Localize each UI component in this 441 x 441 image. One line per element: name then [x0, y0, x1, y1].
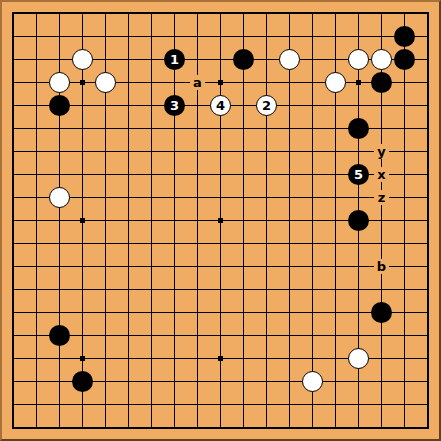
- board-intersection[interactable]: [255, 324, 278, 347]
- board-intersection[interactable]: y: [370, 140, 393, 163]
- board-intersection[interactable]: [209, 278, 232, 301]
- board-intersection[interactable]: [324, 117, 347, 140]
- board-intersection[interactable]: [255, 163, 278, 186]
- board-intersection[interactable]: [71, 324, 94, 347]
- board-intersection[interactable]: [140, 393, 163, 416]
- board-intersection[interactable]: [255, 416, 278, 439]
- board-intersection[interactable]: [2, 140, 25, 163]
- board-intersection[interactable]: [232, 416, 255, 439]
- board-intersection[interactable]: [48, 94, 71, 117]
- board-intersection[interactable]: [48, 71, 71, 94]
- board-intersection[interactable]: [416, 2, 439, 25]
- board-intersection[interactable]: [232, 324, 255, 347]
- board-intersection[interactable]: [2, 347, 25, 370]
- board-intersection[interactable]: [163, 347, 186, 370]
- board-intersection[interactable]: [255, 48, 278, 71]
- board-intersection[interactable]: [370, 117, 393, 140]
- board-intersection[interactable]: [2, 94, 25, 117]
- board-intersection[interactable]: [324, 324, 347, 347]
- board-intersection[interactable]: [209, 186, 232, 209]
- board-intersection[interactable]: [140, 278, 163, 301]
- board-intersection[interactable]: [416, 324, 439, 347]
- board-intersection[interactable]: [232, 25, 255, 48]
- board-intersection[interactable]: [416, 48, 439, 71]
- board-intersection[interactable]: [278, 117, 301, 140]
- board-intersection[interactable]: [48, 163, 71, 186]
- board-intersection[interactable]: [25, 48, 48, 71]
- board-intersection[interactable]: [71, 94, 94, 117]
- board-intersection[interactable]: [278, 393, 301, 416]
- board-intersection[interactable]: [301, 71, 324, 94]
- board-intersection[interactable]: [2, 2, 25, 25]
- board-intersection[interactable]: [117, 163, 140, 186]
- board-intersection[interactable]: [163, 117, 186, 140]
- board-intersection[interactable]: [347, 209, 370, 232]
- board-intersection[interactable]: [209, 347, 232, 370]
- board-intersection[interactable]: [393, 278, 416, 301]
- board-intersection[interactable]: z: [370, 186, 393, 209]
- board-intersection[interactable]: [324, 94, 347, 117]
- board-intersection[interactable]: [2, 301, 25, 324]
- board-intersection[interactable]: [232, 48, 255, 71]
- board-intersection[interactable]: [393, 186, 416, 209]
- board-intersection[interactable]: [232, 209, 255, 232]
- board-intersection[interactable]: [186, 186, 209, 209]
- board-intersection[interactable]: [416, 140, 439, 163]
- board-intersection[interactable]: [186, 48, 209, 71]
- board-intersection[interactable]: [232, 232, 255, 255]
- board-intersection[interactable]: [71, 232, 94, 255]
- board-intersection[interactable]: [324, 393, 347, 416]
- board-intersection[interactable]: [2, 416, 25, 439]
- board-intersection[interactable]: [71, 2, 94, 25]
- board-intersection[interactable]: [278, 2, 301, 25]
- board-intersection[interactable]: [94, 255, 117, 278]
- board-intersection[interactable]: [347, 48, 370, 71]
- board-intersection[interactable]: [2, 163, 25, 186]
- board-intersection[interactable]: [393, 324, 416, 347]
- board-intersection[interactable]: [393, 94, 416, 117]
- board-intersection[interactable]: [48, 393, 71, 416]
- board-intersection[interactable]: [347, 186, 370, 209]
- board-intersection[interactable]: [25, 347, 48, 370]
- board-intersection[interactable]: [209, 163, 232, 186]
- board-intersection[interactable]: [393, 117, 416, 140]
- board-intersection[interactable]: [186, 324, 209, 347]
- board-intersection[interactable]: [140, 163, 163, 186]
- board-intersection[interactable]: [301, 209, 324, 232]
- board-intersection[interactable]: [163, 393, 186, 416]
- board-intersection[interactable]: [117, 48, 140, 71]
- board-intersection[interactable]: [347, 71, 370, 94]
- board-intersection[interactable]: [278, 416, 301, 439]
- board-intersection[interactable]: [117, 370, 140, 393]
- board-intersection[interactable]: [94, 25, 117, 48]
- board-intersection[interactable]: [324, 48, 347, 71]
- board-intersection[interactable]: [117, 186, 140, 209]
- board-intersection[interactable]: [94, 140, 117, 163]
- board-intersection[interactable]: [393, 2, 416, 25]
- board-intersection[interactable]: [94, 186, 117, 209]
- board-intersection[interactable]: [370, 25, 393, 48]
- board-intersection[interactable]: [393, 232, 416, 255]
- board-intersection[interactable]: [186, 347, 209, 370]
- board-intersection[interactable]: [278, 209, 301, 232]
- board-intersection[interactable]: [393, 347, 416, 370]
- board-intersection[interactable]: [347, 232, 370, 255]
- board-intersection[interactable]: [94, 117, 117, 140]
- board-intersection[interactable]: [416, 117, 439, 140]
- board-intersection[interactable]: [393, 140, 416, 163]
- board-intersection[interactable]: [209, 209, 232, 232]
- board-intersection[interactable]: [370, 393, 393, 416]
- board-intersection[interactable]: [370, 301, 393, 324]
- board-intersection[interactable]: [209, 48, 232, 71]
- board-intersection[interactable]: [255, 25, 278, 48]
- board-intersection[interactable]: [347, 25, 370, 48]
- board-intersection[interactable]: [278, 278, 301, 301]
- board-intersection[interactable]: [163, 186, 186, 209]
- board-intersection[interactable]: [25, 232, 48, 255]
- board-intersection[interactable]: [71, 370, 94, 393]
- board-intersection[interactable]: [163, 232, 186, 255]
- board-intersection[interactable]: [393, 71, 416, 94]
- board-intersection[interactable]: [2, 278, 25, 301]
- board-intersection[interactable]: [94, 232, 117, 255]
- board-intersection[interactable]: [324, 278, 347, 301]
- board-intersection[interactable]: [94, 416, 117, 439]
- board-intersection[interactable]: [25, 255, 48, 278]
- board-intersection[interactable]: [370, 232, 393, 255]
- board-intersection[interactable]: [48, 347, 71, 370]
- board-intersection[interactable]: [278, 140, 301, 163]
- board-intersection[interactable]: [117, 71, 140, 94]
- board-intersection[interactable]: [163, 25, 186, 48]
- board-intersection[interactable]: [255, 393, 278, 416]
- board-intersection[interactable]: [117, 324, 140, 347]
- board-intersection[interactable]: [25, 163, 48, 186]
- board-intersection[interactable]: [94, 370, 117, 393]
- board-intersection[interactable]: [370, 48, 393, 71]
- board-intersection[interactable]: [416, 347, 439, 370]
- board-intersection[interactable]: [324, 232, 347, 255]
- board-intersection[interactable]: [209, 117, 232, 140]
- board-intersection[interactable]: [2, 25, 25, 48]
- board-intersection[interactable]: [94, 48, 117, 71]
- board-intersection[interactable]: [255, 71, 278, 94]
- board-intersection[interactable]: [347, 2, 370, 25]
- board-intersection[interactable]: [117, 255, 140, 278]
- board-intersection[interactable]: [416, 255, 439, 278]
- board-intersection[interactable]: [163, 71, 186, 94]
- board-intersection[interactable]: [416, 393, 439, 416]
- board-intersection[interactable]: [393, 48, 416, 71]
- board-intersection[interactable]: [232, 140, 255, 163]
- board-intersection[interactable]: [278, 71, 301, 94]
- board-intersection[interactable]: [232, 71, 255, 94]
- board-intersection[interactable]: [163, 163, 186, 186]
- board-intersection[interactable]: [370, 94, 393, 117]
- board-intersection[interactable]: [301, 416, 324, 439]
- board-intersection[interactable]: [347, 301, 370, 324]
- board-intersection[interactable]: [255, 255, 278, 278]
- board-intersection[interactable]: [324, 140, 347, 163]
- board-intersection[interactable]: [347, 94, 370, 117]
- board-intersection[interactable]: [232, 94, 255, 117]
- board-intersection[interactable]: [255, 347, 278, 370]
- board-intersection[interactable]: [232, 2, 255, 25]
- board-intersection[interactable]: [71, 209, 94, 232]
- board-intersection[interactable]: [416, 301, 439, 324]
- board-intersection[interactable]: [324, 25, 347, 48]
- board-intersection[interactable]: [117, 2, 140, 25]
- board-intersection[interactable]: [117, 232, 140, 255]
- board-intersection[interactable]: [324, 370, 347, 393]
- board-intersection[interactable]: [347, 278, 370, 301]
- board-intersection[interactable]: [140, 324, 163, 347]
- board-intersection[interactable]: [186, 278, 209, 301]
- board-intersection[interactable]: [48, 278, 71, 301]
- board-intersection[interactable]: [117, 393, 140, 416]
- board-intersection[interactable]: [163, 209, 186, 232]
- board-intersection[interactable]: [25, 117, 48, 140]
- board-intersection[interactable]: [25, 186, 48, 209]
- board-intersection[interactable]: [140, 25, 163, 48]
- board-intersection[interactable]: [255, 186, 278, 209]
- board-intersection[interactable]: [2, 186, 25, 209]
- board-intersection[interactable]: [209, 370, 232, 393]
- board-intersection[interactable]: [94, 324, 117, 347]
- board-intersection[interactable]: [209, 2, 232, 25]
- board-intersection[interactable]: [301, 48, 324, 71]
- board-intersection[interactable]: [140, 416, 163, 439]
- board-intersection[interactable]: [25, 324, 48, 347]
- board-intersection[interactable]: [94, 209, 117, 232]
- board-intersection[interactable]: [393, 370, 416, 393]
- board-intersection[interactable]: [2, 48, 25, 71]
- board-intersection[interactable]: [209, 232, 232, 255]
- board-intersection[interactable]: [117, 301, 140, 324]
- board-intersection[interactable]: [209, 324, 232, 347]
- board-intersection[interactable]: [25, 2, 48, 25]
- board-intersection[interactable]: [163, 255, 186, 278]
- board-intersection[interactable]: [71, 278, 94, 301]
- board-intersection[interactable]: [186, 370, 209, 393]
- board-intersection[interactable]: [140, 71, 163, 94]
- board-intersection[interactable]: [25, 209, 48, 232]
- board-intersection[interactable]: [71, 255, 94, 278]
- board-intersection[interactable]: a: [186, 71, 209, 94]
- board-intersection[interactable]: [278, 48, 301, 71]
- board-intersection[interactable]: [140, 48, 163, 71]
- board-intersection[interactable]: [347, 255, 370, 278]
- board-intersection[interactable]: [209, 301, 232, 324]
- board-intersection[interactable]: [209, 416, 232, 439]
- board-intersection[interactable]: [347, 140, 370, 163]
- board-intersection[interactable]: [140, 140, 163, 163]
- board-intersection[interactable]: [94, 393, 117, 416]
- board-intersection[interactable]: [255, 278, 278, 301]
- board-intersection[interactable]: [232, 117, 255, 140]
- board-intersection[interactable]: [71, 71, 94, 94]
- board-intersection[interactable]: 3: [163, 94, 186, 117]
- board-intersection[interactable]: [301, 117, 324, 140]
- board-intersection[interactable]: 1: [163, 48, 186, 71]
- board-intersection[interactable]: [117, 416, 140, 439]
- board-intersection[interactable]: [140, 301, 163, 324]
- board-intersection[interactable]: [232, 370, 255, 393]
- board-intersection[interactable]: [278, 324, 301, 347]
- board-intersection[interactable]: [71, 140, 94, 163]
- board-intersection[interactable]: [163, 370, 186, 393]
- board-intersection[interactable]: [2, 370, 25, 393]
- board-intersection[interactable]: [416, 94, 439, 117]
- board-intersection[interactable]: [2, 393, 25, 416]
- board-intersection[interactable]: [301, 347, 324, 370]
- board-intersection[interactable]: [416, 232, 439, 255]
- board-intersection[interactable]: [416, 186, 439, 209]
- board-intersection[interactable]: [255, 140, 278, 163]
- board-intersection[interactable]: [48, 2, 71, 25]
- board-intersection[interactable]: [232, 347, 255, 370]
- board-intersection[interactable]: [140, 232, 163, 255]
- board-intersection[interactable]: [163, 2, 186, 25]
- board-intersection[interactable]: [416, 209, 439, 232]
- board-intersection[interactable]: [324, 255, 347, 278]
- board-intersection[interactable]: [278, 186, 301, 209]
- board-intersection[interactable]: [94, 2, 117, 25]
- board-intersection[interactable]: [301, 301, 324, 324]
- board-intersection[interactable]: [278, 25, 301, 48]
- board-intersection[interactable]: [71, 301, 94, 324]
- board-intersection[interactable]: [347, 370, 370, 393]
- board-intersection[interactable]: [324, 209, 347, 232]
- board-intersection[interactable]: [416, 370, 439, 393]
- board-intersection[interactable]: [71, 347, 94, 370]
- board-intersection[interactable]: [163, 278, 186, 301]
- board-intersection[interactable]: [393, 25, 416, 48]
- board-intersection[interactable]: [2, 117, 25, 140]
- board-intersection[interactable]: [232, 186, 255, 209]
- board-intersection[interactable]: [25, 94, 48, 117]
- board-intersection[interactable]: x: [370, 163, 393, 186]
- board-intersection[interactable]: [117, 347, 140, 370]
- board-intersection[interactable]: [255, 370, 278, 393]
- board-intersection[interactable]: [232, 393, 255, 416]
- board-intersection[interactable]: 2: [255, 94, 278, 117]
- board-intersection[interactable]: [25, 393, 48, 416]
- board-intersection[interactable]: [301, 232, 324, 255]
- board-intersection[interactable]: [117, 117, 140, 140]
- board-intersection[interactable]: [347, 416, 370, 439]
- board-intersection[interactable]: [232, 163, 255, 186]
- board-intersection[interactable]: [301, 370, 324, 393]
- board-intersection[interactable]: [25, 278, 48, 301]
- board-intersection[interactable]: [301, 393, 324, 416]
- board-intersection[interactable]: [117, 25, 140, 48]
- board-intersection[interactable]: [301, 25, 324, 48]
- board-intersection[interactable]: [186, 117, 209, 140]
- board-intersection[interactable]: [48, 324, 71, 347]
- board-intersection[interactable]: 5: [347, 163, 370, 186]
- board-intersection[interactable]: [186, 2, 209, 25]
- board-intersection[interactable]: [25, 416, 48, 439]
- board-intersection[interactable]: [71, 117, 94, 140]
- board-intersection[interactable]: [140, 347, 163, 370]
- board-intersection[interactable]: [324, 416, 347, 439]
- board-intersection[interactable]: [186, 209, 209, 232]
- board-intersection[interactable]: [117, 140, 140, 163]
- board-intersection[interactable]: [25, 370, 48, 393]
- board-intersection[interactable]: [278, 370, 301, 393]
- board-intersection[interactable]: [255, 117, 278, 140]
- board-intersection[interactable]: [393, 416, 416, 439]
- board-intersection[interactable]: [370, 278, 393, 301]
- board-intersection[interactable]: [416, 71, 439, 94]
- board-intersection[interactable]: [163, 140, 186, 163]
- board-intersection[interactable]: [209, 393, 232, 416]
- board-intersection[interactable]: [2, 324, 25, 347]
- board-intersection[interactable]: [416, 163, 439, 186]
- board-intersection[interactable]: b: [370, 255, 393, 278]
- board-intersection[interactable]: [370, 71, 393, 94]
- board-intersection[interactable]: [301, 255, 324, 278]
- board-intersection[interactable]: [2, 255, 25, 278]
- board-intersection[interactable]: [370, 324, 393, 347]
- board-intersection[interactable]: [186, 140, 209, 163]
- board-intersection[interactable]: [393, 163, 416, 186]
- board-intersection[interactable]: [48, 140, 71, 163]
- board-intersection[interactable]: [2, 71, 25, 94]
- board-intersection[interactable]: [370, 347, 393, 370]
- board-intersection[interactable]: [278, 232, 301, 255]
- board-intersection[interactable]: [25, 71, 48, 94]
- board-intersection[interactable]: [94, 278, 117, 301]
- board-intersection[interactable]: [117, 209, 140, 232]
- board-intersection[interactable]: [94, 347, 117, 370]
- board-intersection[interactable]: [209, 25, 232, 48]
- board-intersection[interactable]: [163, 416, 186, 439]
- board-intersection[interactable]: [140, 117, 163, 140]
- board-intersection[interactable]: [301, 2, 324, 25]
- board-intersection[interactable]: [393, 301, 416, 324]
- board-intersection[interactable]: [2, 209, 25, 232]
- board-intersection[interactable]: [278, 301, 301, 324]
- board-intersection[interactable]: [324, 347, 347, 370]
- board-intersection[interactable]: [48, 25, 71, 48]
- board-intersection[interactable]: [301, 324, 324, 347]
- board-intersection[interactable]: [48, 232, 71, 255]
- board-intersection[interactable]: [117, 94, 140, 117]
- board-intersection[interactable]: [71, 25, 94, 48]
- board-intersection[interactable]: [48, 117, 71, 140]
- board-intersection[interactable]: [278, 347, 301, 370]
- board-intersection[interactable]: [370, 416, 393, 439]
- board-intersection[interactable]: [416, 278, 439, 301]
- board-intersection[interactable]: [301, 140, 324, 163]
- board-intersection[interactable]: [393, 255, 416, 278]
- board-intersection[interactable]: [324, 163, 347, 186]
- board-intersection[interactable]: [48, 416, 71, 439]
- board-intersection[interactable]: [48, 255, 71, 278]
- board-intersection[interactable]: [324, 2, 347, 25]
- board-intersection[interactable]: [301, 278, 324, 301]
- board-intersection[interactable]: [94, 301, 117, 324]
- board-intersection[interactable]: [71, 48, 94, 71]
- board-intersection[interactable]: [278, 94, 301, 117]
- board-intersection[interactable]: [278, 255, 301, 278]
- board-intersection[interactable]: [186, 301, 209, 324]
